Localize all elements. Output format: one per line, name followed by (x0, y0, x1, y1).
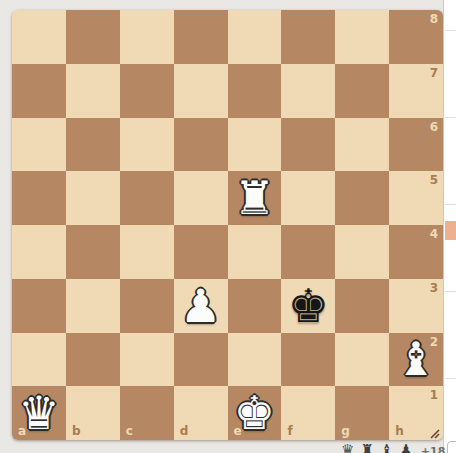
square-e5[interactable]: ♜ (228, 171, 282, 225)
square-c3[interactable] (120, 279, 174, 333)
square-d8[interactable] (174, 10, 228, 64)
sidebar-row-divider (445, 378, 456, 379)
square-a8[interactable] (12, 10, 66, 64)
chess-board[interactable]: 876♜54♟♚32♝a♛bcde♚fg1h (12, 10, 443, 440)
white-bishop[interactable]: ♝ (389, 333, 443, 387)
square-b6[interactable] (66, 118, 120, 172)
sidebar-row-divider (445, 117, 456, 118)
captured-pieces-tray: ♛♜♝♟+18 (341, 443, 445, 453)
square-e1[interactable]: e♚ (228, 386, 282, 440)
square-c7[interactable] (120, 64, 174, 118)
file-label-d: d (180, 425, 189, 437)
square-a6[interactable] (12, 118, 66, 172)
rank-label-3: 3 (430, 282, 438, 294)
square-f1[interactable]: f (281, 386, 335, 440)
white-queen[interactable]: ♛ (12, 386, 66, 440)
file-label-g: g (341, 425, 350, 437)
square-d4[interactable] (174, 225, 228, 279)
captured-pawn-icon: ♟ (399, 443, 412, 453)
square-a4[interactable] (12, 225, 66, 279)
square-g6[interactable] (335, 118, 389, 172)
captured-rook-icon: ♜ (360, 443, 373, 453)
square-e7[interactable] (228, 64, 282, 118)
square-f5[interactable] (281, 171, 335, 225)
white-king[interactable]: ♚ (228, 386, 282, 440)
square-e4[interactable] (228, 225, 282, 279)
square-b4[interactable] (66, 225, 120, 279)
square-b7[interactable] (66, 64, 120, 118)
square-h2[interactable]: 2♝ (389, 333, 443, 387)
sidebar-panel-sliver[interactable] (443, 0, 456, 453)
square-a7[interactable] (12, 64, 66, 118)
chess-app-viewport: 876♜54♟♚32♝a♛bcde♚fg1h ♛♜♝♟+18 (0, 0, 456, 453)
square-a5[interactable] (12, 171, 66, 225)
square-c2[interactable] (120, 333, 174, 387)
square-h8[interactable]: 8 (389, 10, 443, 64)
rank-label-7: 7 (430, 67, 438, 79)
sidebar-corner-box (447, 441, 456, 453)
square-g8[interactable] (335, 10, 389, 64)
square-e3[interactable] (228, 279, 282, 333)
square-a2[interactable] (12, 333, 66, 387)
rank-label-5: 5 (430, 174, 438, 186)
square-g3[interactable] (335, 279, 389, 333)
board-resize-handle[interactable] (427, 424, 440, 437)
file-label-f: f (287, 425, 292, 437)
square-h6[interactable]: 6 (389, 118, 443, 172)
square-g5[interactable] (335, 171, 389, 225)
square-e2[interactable] (228, 333, 282, 387)
square-h5[interactable]: 5 (389, 171, 443, 225)
white-rook[interactable]: ♜ (228, 171, 282, 225)
square-f4[interactable] (281, 225, 335, 279)
square-b1[interactable]: b (66, 386, 120, 440)
white-pawn[interactable]: ♟ (174, 279, 228, 333)
square-d5[interactable] (174, 171, 228, 225)
file-label-h: h (395, 425, 404, 437)
rank-label-4: 4 (430, 228, 438, 240)
square-c6[interactable] (120, 118, 174, 172)
black-king[interactable]: ♚ (281, 279, 335, 333)
square-e6[interactable] (228, 118, 282, 172)
square-b2[interactable] (66, 333, 120, 387)
square-g4[interactable] (335, 225, 389, 279)
square-g7[interactable] (335, 64, 389, 118)
square-a1[interactable]: a♛ (12, 386, 66, 440)
captured-bishop-icon: ♝ (380, 443, 393, 453)
captured-queen-icon: ♛ (341, 443, 354, 453)
square-f2[interactable] (281, 333, 335, 387)
rank-label-6: 6 (430, 121, 438, 133)
square-c1[interactable]: c (120, 386, 174, 440)
square-d7[interactable] (174, 64, 228, 118)
square-b8[interactable] (66, 10, 120, 64)
rank-label-1: 1 (430, 389, 438, 401)
square-e8[interactable] (228, 10, 282, 64)
square-d3[interactable]: ♟ (174, 279, 228, 333)
material-score: +18 (421, 445, 446, 453)
rank-label-8: 8 (430, 13, 438, 25)
square-f8[interactable] (281, 10, 335, 64)
sidebar-row-divider (445, 30, 456, 31)
square-b5[interactable] (66, 171, 120, 225)
square-c4[interactable] (120, 225, 174, 279)
square-h3[interactable]: 3 (389, 279, 443, 333)
square-c8[interactable] (120, 10, 174, 64)
square-d1[interactable]: d (174, 386, 228, 440)
square-h4[interactable]: 4 (389, 225, 443, 279)
file-label-b: b (72, 425, 81, 437)
sidebar-row-divider (445, 291, 456, 292)
square-g1[interactable]: g (335, 386, 389, 440)
square-f3[interactable]: ♚ (281, 279, 335, 333)
square-f6[interactable] (281, 118, 335, 172)
square-f7[interactable] (281, 64, 335, 118)
square-c5[interactable] (120, 171, 174, 225)
square-b3[interactable] (66, 279, 120, 333)
sidebar-row-divider (445, 204, 456, 205)
square-g2[interactable] (335, 333, 389, 387)
sidebar-highlighted-row[interactable] (445, 221, 456, 240)
square-a3[interactable] (12, 279, 66, 333)
file-label-c: c (126, 425, 133, 437)
square-d6[interactable] (174, 118, 228, 172)
square-h7[interactable]: 7 (389, 64, 443, 118)
square-h1[interactable]: 1h (389, 386, 443, 440)
square-d2[interactable] (174, 333, 228, 387)
